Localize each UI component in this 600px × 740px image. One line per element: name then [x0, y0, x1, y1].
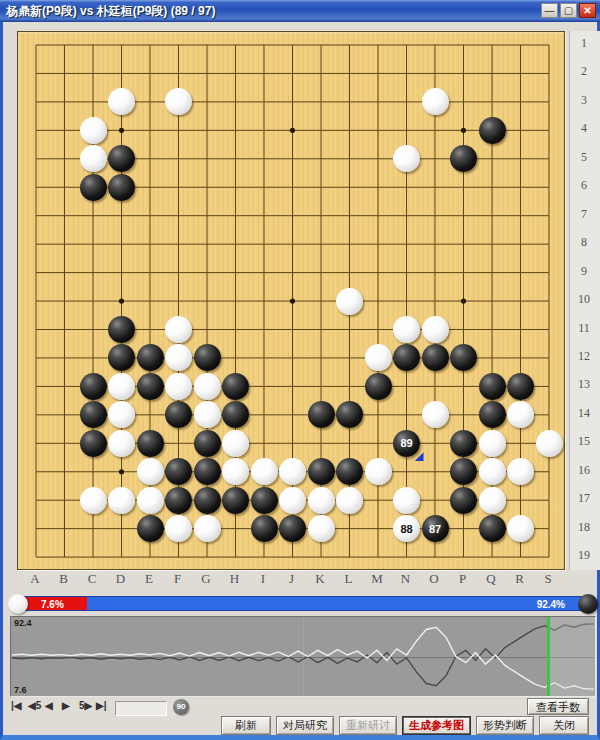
stone-E13 [137, 373, 164, 400]
maximize-button[interactable]: ▢ [560, 3, 577, 18]
study-button[interactable]: 对局研究 [276, 716, 334, 735]
row-label-4: 4 [570, 121, 598, 136]
title-bar[interactable]: 杨鼎新(P9段) vs 朴廷桓(P9段) (89 / 97) — ▢ ✕ [0, 0, 600, 22]
row-label-15: 15 [570, 434, 598, 449]
stone-G14 [194, 401, 221, 428]
col-label-C: C [88, 571, 97, 587]
stone-F17 [165, 487, 192, 514]
stone-Q13 [479, 373, 506, 400]
col-label-N: N [401, 571, 410, 587]
stone-C4 [80, 117, 107, 144]
stone-C15 [80, 430, 107, 457]
col-label-P: P [459, 571, 466, 587]
stone-E15 [137, 430, 164, 457]
col-label-F: F [174, 571, 181, 587]
star-point [119, 298, 124, 303]
graph-lines [12, 618, 594, 695]
row-coordinates: 12345678910111213141516171819 [569, 31, 600, 570]
stone-Q18 [479, 515, 506, 542]
stone-D15 [108, 430, 135, 457]
stone-L17 [336, 487, 363, 514]
minimize-button[interactable]: — [541, 3, 558, 18]
stone-C13 [80, 373, 107, 400]
nav-forward-button[interactable]: ▶ [62, 700, 70, 711]
stone-N11 [393, 316, 420, 343]
stone-M16 [365, 458, 392, 485]
action-buttons: 刷新对局研究重新研讨生成参考图形势判断关闭 [221, 716, 589, 735]
stone-O12 [422, 344, 449, 371]
stone-D17 [108, 487, 135, 514]
col-label-Q: Q [486, 571, 495, 587]
black-winrate-segment: 92.4% [87, 597, 587, 610]
stone-S15 [536, 430, 563, 457]
winrate-bar: 7.6% 92.4% [8, 595, 598, 612]
row-label-18: 18 [570, 520, 598, 535]
restudy-button[interactable]: 重新研讨 [339, 716, 397, 735]
row-label-16: 16 [570, 463, 598, 478]
stone-J18 [279, 515, 306, 542]
nav-forward5-button[interactable]: 5▶ [79, 700, 92, 711]
col-label-O: O [429, 571, 438, 587]
row-label-3: 3 [570, 93, 598, 108]
stone-D6 [108, 174, 135, 201]
graph-bottom-label: 7.6 [14, 685, 27, 695]
star-point [461, 128, 466, 133]
close-button[interactable]: 关闭 [539, 716, 589, 735]
stone-C6 [80, 174, 107, 201]
stone-O18: 87 [422, 515, 449, 542]
star-point [119, 469, 124, 474]
nav-first-button[interactable]: |◀ [11, 700, 22, 711]
close-icon[interactable]: ✕ [579, 3, 596, 18]
stone-G17 [194, 487, 221, 514]
black-stone-icon [578, 594, 598, 614]
winrate-track: 7.6% 92.4% [18, 596, 588, 611]
col-label-D: D [116, 571, 125, 587]
col-label-G: G [201, 571, 210, 587]
stone-J17 [279, 487, 306, 514]
star-point [461, 298, 466, 303]
stone-F11 [165, 316, 192, 343]
stone-Q16 [479, 458, 506, 485]
stone-I16 [251, 458, 278, 485]
next-move-badge[interactable]: 90 [173, 699, 189, 715]
stone-G13 [194, 373, 221, 400]
stone-C5 [80, 145, 107, 172]
row-label-12: 12 [570, 349, 598, 364]
row-label-17: 17 [570, 491, 598, 506]
stone-C14 [80, 401, 107, 428]
stone-F18 [165, 515, 192, 542]
white-stone-icon [8, 594, 28, 614]
view-move-numbers-button[interactable]: 查看手数 [527, 698, 589, 715]
stone-N17 [393, 487, 420, 514]
stone-K18 [308, 515, 335, 542]
stone-H17 [222, 487, 249, 514]
col-label-R: R [515, 571, 524, 587]
row-label-10: 10 [570, 292, 598, 307]
stone-P17 [450, 487, 477, 514]
row-label-13: 13 [570, 377, 598, 392]
col-label-B: B [59, 571, 68, 587]
stone-E16 [137, 458, 164, 485]
stone-O11 [422, 316, 449, 343]
stone-R18 [507, 515, 534, 542]
row-label-2: 2 [570, 64, 598, 79]
stone-O14 [422, 401, 449, 428]
graph-top-label: 92.4 [14, 618, 32, 628]
stone-N18: 88 [393, 515, 420, 542]
stone-M13 [365, 373, 392, 400]
graph-move-cursor[interactable] [547, 617, 550, 696]
app-window: 杨鼎新(P9段) vs 朴廷桓(P9段) (89 / 97) — ▢ ✕ 898… [0, 0, 600, 740]
star-point [290, 128, 295, 133]
row-label-5: 5 [570, 150, 598, 165]
star-point [119, 128, 124, 133]
nav-last-button[interactable]: ▶| [96, 700, 107, 711]
stone-Q4 [479, 117, 506, 144]
row-label-8: 8 [570, 235, 598, 250]
column-coordinates: ABCDEFGHIJKLMNOPQRS [17, 569, 569, 589]
col-label-A: A [30, 571, 39, 587]
stone-H13 [222, 373, 249, 400]
stone-G16 [194, 458, 221, 485]
stone-N15: 89 [393, 430, 420, 457]
refresh-button[interactable]: 刷新 [221, 716, 271, 735]
nav-back-button[interactable]: ◀ [45, 700, 53, 711]
judge-button[interactable]: 形势判断 [476, 716, 534, 735]
stone-Q15 [479, 430, 506, 457]
row-label-14: 14 [570, 406, 598, 421]
move-number-input[interactable] [115, 701, 167, 716]
stone-E17 [137, 487, 164, 514]
col-label-J: J [289, 571, 294, 587]
col-label-K: K [315, 571, 324, 587]
stone-R13 [507, 373, 534, 400]
stone-L10 [336, 288, 363, 315]
col-label-S: S [544, 571, 551, 587]
stone-O3 [422, 88, 449, 115]
row-label-7: 7 [570, 207, 598, 222]
row-label-19: 19 [570, 548, 598, 563]
row-label-11: 11 [570, 321, 598, 336]
stone-E18 [137, 515, 164, 542]
stone-Q17 [479, 487, 506, 514]
stone-C17 [80, 487, 107, 514]
stone-D11 [108, 316, 135, 343]
stone-K17 [308, 487, 335, 514]
row-label-6: 6 [570, 178, 598, 193]
col-label-E: E [145, 571, 153, 587]
star-point [290, 298, 295, 303]
nav-back5-button[interactable]: ◀5 [28, 700, 41, 711]
stone-G12 [194, 344, 221, 371]
stone-M12 [365, 344, 392, 371]
go-board[interactable]: 898887 [17, 31, 565, 570]
stone-F13 [165, 373, 192, 400]
stone-G18 [194, 515, 221, 542]
col-label-H: H [230, 571, 239, 587]
stone-G15 [194, 430, 221, 457]
col-label-I: I [261, 571, 265, 587]
row-label-9: 9 [570, 264, 598, 279]
stone-K16 [308, 458, 335, 485]
stone-P15 [450, 430, 477, 457]
white-winrate-segment: 7.6% [19, 597, 87, 610]
stone-D13 [108, 373, 135, 400]
col-label-M: M [371, 571, 383, 587]
stone-K14 [308, 401, 335, 428]
stone-I17 [251, 487, 278, 514]
stone-Q14 [479, 401, 506, 428]
stone-E12 [137, 344, 164, 371]
stone-I18 [251, 515, 278, 542]
col-label-L: L [345, 571, 353, 587]
row-label-1: 1 [570, 36, 598, 51]
winrate-graph[interactable]: 92.4 7.6 [10, 616, 596, 697]
gen-ref-button[interactable]: 生成参考图 [402, 716, 471, 735]
window-title: 杨鼎新(P9段) vs 朴廷桓(P9段) (89 / 97) [0, 3, 215, 20]
stone-H15 [222, 430, 249, 457]
graph-future-region [547, 617, 595, 696]
